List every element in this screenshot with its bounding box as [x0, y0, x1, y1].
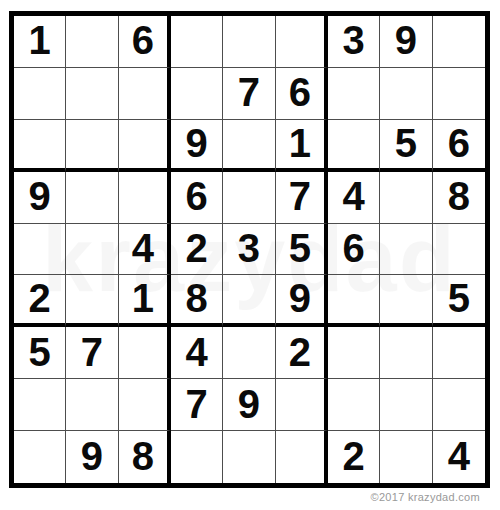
cell-r6c9[interactable]: 5: [433, 275, 485, 327]
cell-r7c9[interactable]: [433, 327, 485, 379]
cell-r9c2[interactable]: 9: [66, 431, 118, 483]
cell-r7c5[interactable]: [223, 327, 275, 379]
cell-r5c5[interactable]: 3: [223, 224, 275, 276]
cell-r4c4[interactable]: 6: [171, 172, 223, 224]
cell-r2c3[interactable]: [119, 68, 171, 120]
cell-r1c9[interactable]: [433, 16, 485, 68]
cell-r2c5[interactable]: 7: [223, 68, 275, 120]
cell-r7c6[interactable]: 2: [276, 327, 328, 379]
cell-r5c6[interactable]: 5: [276, 224, 328, 276]
cell-r3c8[interactable]: 5: [380, 120, 432, 172]
cell-r5c1[interactable]: [14, 224, 66, 276]
cell-r5c4[interactable]: 2: [171, 224, 223, 276]
cell-r3c3[interactable]: [119, 120, 171, 172]
cell-r6c1[interactable]: 2: [14, 275, 66, 327]
cell-r6c2[interactable]: [66, 275, 118, 327]
copyright-text: ©2017 krazydad.com: [370, 491, 480, 503]
cell-r7c8[interactable]: [380, 327, 432, 379]
cell-r6c3[interactable]: 1: [119, 275, 171, 327]
cell-r5c2[interactable]: [66, 224, 118, 276]
cell-r3c7[interactable]: [328, 120, 380, 172]
cell-r8c4[interactable]: 7: [171, 379, 223, 431]
cell-r4c3[interactable]: [119, 172, 171, 224]
board-area: krazydad 1639769156967484235621895574279…: [9, 11, 490, 488]
cell-r1c8[interactable]: 9: [380, 16, 432, 68]
cell-r8c9[interactable]: [433, 379, 485, 431]
cell-r1c4[interactable]: [171, 16, 223, 68]
cell-r4c7[interactable]: 4: [328, 172, 380, 224]
cell-r7c3[interactable]: [119, 327, 171, 379]
cell-r1c6[interactable]: [276, 16, 328, 68]
cell-r7c4[interactable]: 4: [171, 327, 223, 379]
cell-r2c2[interactable]: [66, 68, 118, 120]
cell-r6c6[interactable]: 9: [276, 275, 328, 327]
cell-r8c8[interactable]: [380, 379, 432, 431]
cell-r5c8[interactable]: [380, 224, 432, 276]
cell-r5c7[interactable]: 6: [328, 224, 380, 276]
puzzle-page: krazydad 1639769156967484235621895574279…: [0, 0, 500, 510]
cell-r7c7[interactable]: [328, 327, 380, 379]
cell-r8c7[interactable]: [328, 379, 380, 431]
cell-r4c6[interactable]: 7: [276, 172, 328, 224]
cell-r7c1[interactable]: 5: [14, 327, 66, 379]
cell-r6c4[interactable]: 8: [171, 275, 223, 327]
cell-r1c1[interactable]: 1: [14, 16, 66, 68]
cell-r6c7[interactable]: [328, 275, 380, 327]
cell-r4c2[interactable]: [66, 172, 118, 224]
cell-r4c1[interactable]: 9: [14, 172, 66, 224]
cell-r8c3[interactable]: [119, 379, 171, 431]
cell-r4c8[interactable]: [380, 172, 432, 224]
cell-r9c5[interactable]: [223, 431, 275, 483]
cell-r3c2[interactable]: [66, 120, 118, 172]
cell-r2c7[interactable]: [328, 68, 380, 120]
cell-r6c5[interactable]: [223, 275, 275, 327]
cell-r5c9[interactable]: [433, 224, 485, 276]
cell-r8c5[interactable]: 9: [223, 379, 275, 431]
cell-r1c5[interactable]: [223, 16, 275, 68]
cell-r8c6[interactable]: [276, 379, 328, 431]
sudoku-board: 16397691569674842356218955742799824: [14, 16, 485, 483]
cell-r7c2[interactable]: 7: [66, 327, 118, 379]
cell-r2c8[interactable]: [380, 68, 432, 120]
cell-r9c8[interactable]: [380, 431, 432, 483]
cell-r9c1[interactable]: [14, 431, 66, 483]
cell-r9c9[interactable]: 4: [433, 431, 485, 483]
cell-r5c3[interactable]: 4: [119, 224, 171, 276]
cell-r9c7[interactable]: 2: [328, 431, 380, 483]
cell-r3c5[interactable]: [223, 120, 275, 172]
cell-r3c6[interactable]: 1: [276, 120, 328, 172]
cell-r3c4[interactable]: 9: [171, 120, 223, 172]
cell-r1c2[interactable]: [66, 16, 118, 68]
cell-r9c6[interactable]: [276, 431, 328, 483]
cell-r3c9[interactable]: 6: [433, 120, 485, 172]
cell-r2c9[interactable]: [433, 68, 485, 120]
cell-r2c4[interactable]: [171, 68, 223, 120]
cell-r3c1[interactable]: [14, 120, 66, 172]
cell-r1c3[interactable]: 6: [119, 16, 171, 68]
cell-r1c7[interactable]: 3: [328, 16, 380, 68]
cell-r9c3[interactable]: 8: [119, 431, 171, 483]
cell-r2c6[interactable]: 6: [276, 68, 328, 120]
cell-r2c1[interactable]: [14, 68, 66, 120]
cell-r9c4[interactable]: [171, 431, 223, 483]
cell-r4c5[interactable]: [223, 172, 275, 224]
cell-r6c8[interactable]: [380, 275, 432, 327]
cell-r8c1[interactable]: [14, 379, 66, 431]
cell-r4c9[interactable]: 8: [433, 172, 485, 224]
cell-r8c2[interactable]: [66, 379, 118, 431]
